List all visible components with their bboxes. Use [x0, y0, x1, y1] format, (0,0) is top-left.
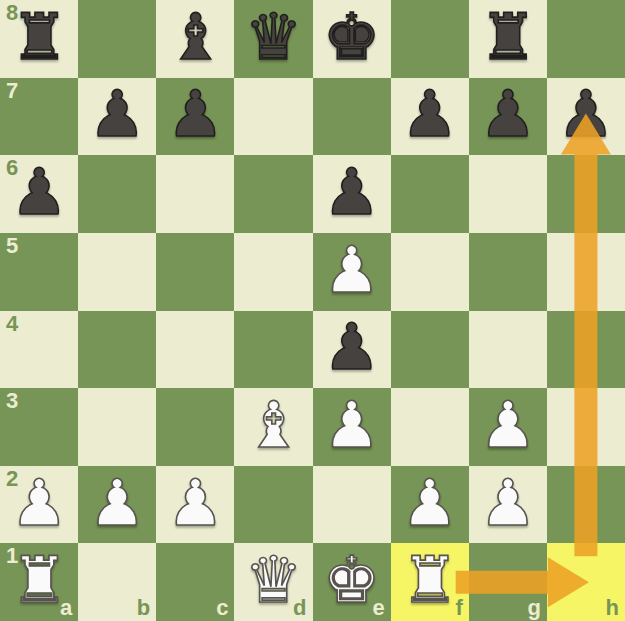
square-d4[interactable] — [234, 311, 312, 389]
square-b6[interactable] — [78, 155, 156, 233]
board-container: ♜8♝♛♚♜7♟♟♟♟♟♟6♟5♟4♟3♝♟♟♟2♟♟♟♟♜1abc♛d♚e♜f… — [0, 0, 625, 621]
square-c4[interactable] — [156, 311, 234, 389]
piece-black-bishop[interactable]: ♝ — [167, 5, 224, 69]
square-c7[interactable]: ♟ — [156, 78, 234, 156]
square-c5[interactable] — [156, 233, 234, 311]
square-e4[interactable]: ♟ — [313, 311, 391, 389]
square-f8[interactable] — [391, 0, 469, 78]
piece-black-queen[interactable]: ♛ — [245, 5, 302, 69]
square-d5[interactable] — [234, 233, 312, 311]
square-e7[interactable] — [313, 78, 391, 156]
piece-black-pawn[interactable]: ♟ — [89, 82, 146, 146]
piece-black-pawn[interactable]: ♟ — [323, 160, 380, 224]
square-d1[interactable]: ♛d — [234, 543, 312, 621]
piece-white-pawn[interactable]: ♟ — [479, 393, 536, 457]
square-a1[interactable]: ♜1a — [0, 543, 78, 621]
square-a6[interactable]: ♟6 — [0, 155, 78, 233]
square-c8[interactable]: ♝ — [156, 0, 234, 78]
chess-board: ♜8♝♛♚♜7♟♟♟♟♟♟6♟5♟4♟3♝♟♟♟2♟♟♟♟♜1abc♛d♚e♜f… — [0, 0, 625, 621]
square-b4[interactable] — [78, 311, 156, 389]
rank-label-1: 1 — [6, 545, 18, 567]
square-f5[interactable] — [391, 233, 469, 311]
square-g5[interactable] — [469, 233, 547, 311]
square-g7[interactable]: ♟ — [469, 78, 547, 156]
file-label-f: f — [455, 597, 462, 619]
piece-black-rook[interactable]: ♜ — [10, 5, 67, 69]
square-d8[interactable]: ♛ — [234, 0, 312, 78]
piece-black-king[interactable]: ♚ — [323, 5, 380, 69]
square-g2[interactable]: ♟ — [469, 466, 547, 544]
square-g8[interactable]: ♜ — [469, 0, 547, 78]
square-f6[interactable] — [391, 155, 469, 233]
file-label-e: e — [372, 597, 384, 619]
piece-white-pawn[interactable]: ♟ — [323, 393, 380, 457]
square-h3[interactable] — [547, 388, 625, 466]
file-label-g: g — [527, 597, 540, 619]
square-d6[interactable] — [234, 155, 312, 233]
rank-label-3: 3 — [6, 390, 18, 412]
piece-white-pawn[interactable]: ♟ — [323, 238, 380, 302]
file-label-d: d — [293, 597, 306, 619]
square-a3[interactable]: 3 — [0, 388, 78, 466]
file-label-h: h — [606, 597, 619, 619]
square-b1[interactable]: b — [78, 543, 156, 621]
square-g6[interactable] — [469, 155, 547, 233]
rank-label-6: 6 — [6, 157, 18, 179]
square-h7[interactable]: ♟ — [547, 78, 625, 156]
square-b7[interactable]: ♟ — [78, 78, 156, 156]
square-f3[interactable] — [391, 388, 469, 466]
piece-white-pawn[interactable]: ♟ — [10, 471, 67, 535]
piece-white-pawn[interactable]: ♟ — [401, 471, 458, 535]
square-g3[interactable]: ♟ — [469, 388, 547, 466]
square-a8[interactable]: ♜8 — [0, 0, 78, 78]
square-h2[interactable] — [547, 466, 625, 544]
square-a4[interactable]: 4 — [0, 311, 78, 389]
rank-label-2: 2 — [6, 468, 18, 490]
rank-label-7: 7 — [6, 80, 18, 102]
square-f4[interactable] — [391, 311, 469, 389]
square-e3[interactable]: ♟ — [313, 388, 391, 466]
square-e1[interactable]: ♚e — [313, 543, 391, 621]
square-e8[interactable]: ♚ — [313, 0, 391, 78]
square-a5[interactable]: 5 — [0, 233, 78, 311]
piece-black-pawn[interactable]: ♟ — [323, 315, 380, 379]
square-h8[interactable] — [547, 0, 625, 78]
square-h4[interactable] — [547, 311, 625, 389]
square-h1[interactable]: h — [547, 543, 625, 621]
square-g4[interactable] — [469, 311, 547, 389]
square-f1[interactable]: ♜f — [391, 543, 469, 621]
square-c6[interactable] — [156, 155, 234, 233]
square-d3[interactable]: ♝ — [234, 388, 312, 466]
square-c3[interactable] — [156, 388, 234, 466]
piece-white-pawn[interactable]: ♟ — [479, 471, 536, 535]
piece-black-rook[interactable]: ♜ — [479, 5, 536, 69]
piece-black-pawn[interactable]: ♟ — [10, 160, 67, 224]
piece-white-bishop[interactable]: ♝ — [245, 393, 302, 457]
file-label-b: b — [137, 597, 150, 619]
square-b8[interactable] — [78, 0, 156, 78]
square-a2[interactable]: ♟2 — [0, 466, 78, 544]
piece-white-pawn[interactable]: ♟ — [167, 471, 224, 535]
square-h6[interactable] — [547, 155, 625, 233]
piece-black-pawn[interactable]: ♟ — [401, 82, 458, 146]
piece-black-pawn[interactable]: ♟ — [479, 82, 536, 146]
rank-label-5: 5 — [6, 235, 18, 257]
square-e6[interactable]: ♟ — [313, 155, 391, 233]
square-h5[interactable] — [547, 233, 625, 311]
square-b2[interactable]: ♟ — [78, 466, 156, 544]
square-f7[interactable]: ♟ — [391, 78, 469, 156]
square-e5[interactable]: ♟ — [313, 233, 391, 311]
square-b5[interactable] — [78, 233, 156, 311]
square-d7[interactable] — [234, 78, 312, 156]
square-b3[interactable] — [78, 388, 156, 466]
rank-label-8: 8 — [6, 2, 18, 24]
rank-label-4: 4 — [6, 313, 18, 335]
file-label-c: c — [216, 597, 228, 619]
piece-white-pawn[interactable]: ♟ — [89, 471, 146, 535]
file-label-a: a — [60, 597, 72, 619]
square-d2[interactable] — [234, 466, 312, 544]
square-c2[interactable]: ♟ — [156, 466, 234, 544]
square-c1[interactable]: c — [156, 543, 234, 621]
piece-black-pawn[interactable]: ♟ — [557, 82, 614, 146]
square-g1[interactable]: g — [469, 543, 547, 621]
square-f2[interactable]: ♟ — [391, 466, 469, 544]
square-a7[interactable]: 7 — [0, 78, 78, 156]
piece-black-pawn[interactable]: ♟ — [167, 82, 224, 146]
square-e2[interactable] — [313, 466, 391, 544]
piece-white-rook[interactable]: ♜ — [401, 548, 458, 612]
